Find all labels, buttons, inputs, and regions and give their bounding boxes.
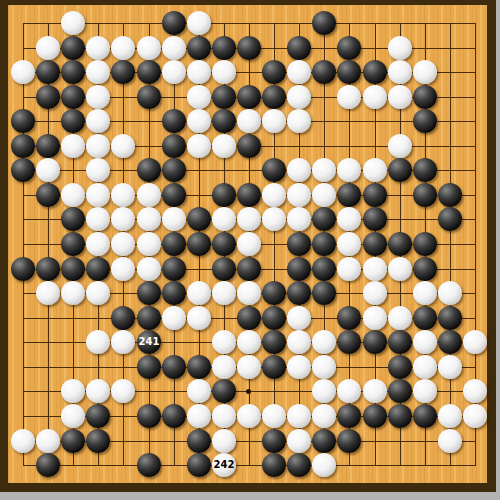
stone-black: [187, 36, 211, 60]
stone-white: [187, 134, 211, 158]
stone-black: [438, 183, 462, 207]
stone-white: [36, 281, 60, 305]
stone-black: [312, 429, 336, 453]
stone-white: [287, 183, 311, 207]
stone-white: [388, 134, 412, 158]
stone-black: [413, 404, 437, 428]
stone-black: [337, 404, 361, 428]
stone-white: [413, 281, 437, 305]
stone-black: [388, 158, 412, 182]
stone-black: [162, 281, 186, 305]
stone-white: [337, 379, 361, 403]
stone-white: [187, 379, 211, 403]
stone-black: [237, 85, 261, 109]
move-242-stone: 242: [212, 453, 236, 477]
stone-white: [413, 60, 437, 84]
stone-white: [212, 404, 236, 428]
stone-black: [413, 306, 437, 330]
stone-black: [413, 183, 437, 207]
stone-black: [187, 232, 211, 256]
stone-white: [237, 355, 261, 379]
stone-black: [312, 207, 336, 231]
stone-black: [137, 281, 161, 305]
stone-black: [111, 306, 135, 330]
stone-black: [187, 429, 211, 453]
stone-black: [413, 232, 437, 256]
go-board[interactable]: 241242: [8, 5, 487, 483]
stone-white: [388, 306, 412, 330]
stone-white: [137, 232, 161, 256]
stone-white: [363, 379, 387, 403]
stone-white: [111, 232, 135, 256]
page-root: 241242: [0, 0, 500, 500]
stone-black: [287, 281, 311, 305]
stone-black: [262, 453, 286, 477]
stone-black: [162, 232, 186, 256]
stone-white: [86, 183, 110, 207]
stone-white: [413, 355, 437, 379]
stone-white: [212, 330, 236, 354]
stone-black: [262, 60, 286, 84]
stone-black: [162, 158, 186, 182]
stone-black: [137, 60, 161, 84]
stone-white: [212, 355, 236, 379]
stone-black: [212, 183, 236, 207]
stone-white: [111, 134, 135, 158]
stone-white: [162, 36, 186, 60]
stone-black: [363, 60, 387, 84]
stone-white: [388, 60, 412, 84]
stone-black: [363, 183, 387, 207]
stone-white: [86, 281, 110, 305]
stone-white: [61, 379, 85, 403]
stone-black: [36, 453, 60, 477]
stone-white: [463, 330, 487, 354]
stone-white: [237, 109, 261, 133]
stone-black: [363, 232, 387, 256]
stone-white: [237, 232, 261, 256]
stone-white: [287, 109, 311, 133]
stone-white: [137, 257, 161, 281]
stone-white: [287, 85, 311, 109]
stone-black: [61, 207, 85, 231]
stone-black: [61, 85, 85, 109]
stone-white: [86, 232, 110, 256]
stone-white: [337, 232, 361, 256]
stone-white: [212, 60, 236, 84]
stone-white: [337, 85, 361, 109]
stone-white: [162, 60, 186, 84]
stone-white: [86, 207, 110, 231]
stone-black: [212, 85, 236, 109]
stone-black: [137, 453, 161, 477]
stone-black: [162, 134, 186, 158]
stone-black: [287, 257, 311, 281]
stone-white: [312, 453, 336, 477]
stone-white: [212, 134, 236, 158]
stone-white: [61, 11, 85, 35]
stone-white: [111, 257, 135, 281]
move-241-stone: 241: [137, 330, 161, 354]
stone-black: [61, 429, 85, 453]
stone-white: [111, 36, 135, 60]
stone-white: [111, 330, 135, 354]
stone-black: [212, 109, 236, 133]
stone-white: [413, 379, 437, 403]
stone-black: [237, 36, 261, 60]
stone-black: [262, 306, 286, 330]
stone-black: [388, 404, 412, 428]
stone-white: [337, 158, 361, 182]
stone-black: [413, 109, 437, 133]
stone-white: [287, 306, 311, 330]
stone-white: [212, 281, 236, 305]
stone-black: [61, 257, 85, 281]
stone-white: [312, 330, 336, 354]
stone-black: [388, 355, 412, 379]
stone-white: [187, 11, 211, 35]
stone-black: [36, 85, 60, 109]
stone-white: [111, 183, 135, 207]
stone-white: [287, 429, 311, 453]
stone-white: [363, 281, 387, 305]
stone-white: [287, 158, 311, 182]
stone-black: [11, 158, 35, 182]
stone-white: [312, 404, 336, 428]
stone-black: [212, 379, 236, 403]
stone-black: [36, 257, 60, 281]
stone-white: [187, 60, 211, 84]
star-point: [246, 389, 251, 394]
stone-black: [312, 257, 336, 281]
stone-white: [363, 85, 387, 109]
stone-black: [312, 60, 336, 84]
stone-black: [11, 257, 35, 281]
stone-white: [438, 281, 462, 305]
stone-white: [162, 306, 186, 330]
stone-black: [237, 306, 261, 330]
stone-white: [237, 404, 261, 428]
stone-black: [137, 355, 161, 379]
stone-white: [212, 429, 236, 453]
stone-black: [162, 355, 186, 379]
stone-black: [111, 60, 135, 84]
stone-white: [137, 183, 161, 207]
stone-black: [413, 85, 437, 109]
stone-black: [413, 257, 437, 281]
stone-black: [388, 232, 412, 256]
stone-white: [388, 85, 412, 109]
stone-black: [237, 134, 261, 158]
stone-black: [212, 36, 236, 60]
stone-white: [187, 109, 211, 133]
stone-white: [312, 183, 336, 207]
stone-black: [36, 183, 60, 207]
stone-white: [388, 257, 412, 281]
stone-white: [388, 36, 412, 60]
stone-white: [111, 207, 135, 231]
stone-white: [337, 207, 361, 231]
stone-white: [61, 134, 85, 158]
stone-white: [363, 306, 387, 330]
stone-white: [86, 330, 110, 354]
stone-black: [162, 11, 186, 35]
stone-black: [212, 232, 236, 256]
stone-black: [36, 134, 60, 158]
stone-white: [262, 404, 286, 428]
stone-black: [187, 453, 211, 477]
stone-white: [61, 281, 85, 305]
stone-black: [287, 232, 311, 256]
grid-line-vertical: [450, 23, 451, 466]
stone-black: [438, 330, 462, 354]
stone-black: [36, 60, 60, 84]
stone-white: [237, 207, 261, 231]
stone-black: [337, 183, 361, 207]
stone-black: [237, 183, 261, 207]
stone-black: [137, 158, 161, 182]
stone-white: [61, 183, 85, 207]
move-number-label: 241: [139, 337, 160, 347]
stone-white: [237, 281, 261, 305]
stone-white: [187, 404, 211, 428]
stone-white: [36, 158, 60, 182]
stone-white: [463, 379, 487, 403]
stone-black: [262, 429, 286, 453]
stone-black: [287, 36, 311, 60]
stone-black: [363, 207, 387, 231]
stone-white: [337, 257, 361, 281]
stone-black: [137, 85, 161, 109]
stone-black: [237, 257, 261, 281]
stone-white: [61, 404, 85, 428]
stone-white: [262, 109, 286, 133]
stone-black: [262, 281, 286, 305]
stone-black: [388, 330, 412, 354]
stone-black: [137, 404, 161, 428]
stone-black: [363, 330, 387, 354]
stone-white: [413, 330, 437, 354]
stone-white: [287, 404, 311, 428]
stone-white: [312, 355, 336, 379]
stone-white: [212, 207, 236, 231]
stone-black: [61, 232, 85, 256]
stone-white: [237, 330, 261, 354]
stone-black: [11, 134, 35, 158]
stone-white: [312, 158, 336, 182]
stone-black: [187, 207, 211, 231]
stone-white: [86, 60, 110, 84]
stone-black: [187, 355, 211, 379]
stone-black: [61, 109, 85, 133]
stone-white: [438, 404, 462, 428]
stone-black: [438, 306, 462, 330]
stone-black: [337, 60, 361, 84]
stone-black: [337, 429, 361, 453]
stone-white: [463, 404, 487, 428]
stone-black: [262, 355, 286, 379]
stone-white: [11, 429, 35, 453]
stone-white: [86, 36, 110, 60]
stone-white: [11, 60, 35, 84]
stone-white: [111, 379, 135, 403]
stone-white: [162, 207, 186, 231]
stone-white: [36, 36, 60, 60]
stone-black: [137, 306, 161, 330]
stone-black: [162, 404, 186, 428]
stone-white: [187, 281, 211, 305]
stone-white: [137, 36, 161, 60]
stone-black: [438, 207, 462, 231]
stone-black: [162, 183, 186, 207]
stone-black: [61, 36, 85, 60]
stone-black: [262, 158, 286, 182]
stone-white: [86, 158, 110, 182]
stone-black: [262, 330, 286, 354]
stone-white: [312, 379, 336, 403]
stone-black: [337, 306, 361, 330]
stone-white: [438, 429, 462, 453]
stone-black: [312, 11, 336, 35]
stone-black: [86, 429, 110, 453]
stone-black: [86, 257, 110, 281]
stone-black: [287, 453, 311, 477]
stone-black: [86, 404, 110, 428]
stone-black: [388, 379, 412, 403]
stone-white: [287, 355, 311, 379]
stone-white: [287, 207, 311, 231]
stone-white: [187, 85, 211, 109]
stone-black: [162, 257, 186, 281]
stone-white: [363, 158, 387, 182]
stone-white: [287, 330, 311, 354]
grid-line-horizontal: [23, 465, 476, 466]
stone-white: [86, 109, 110, 133]
stone-white: [287, 60, 311, 84]
stone-black: [11, 109, 35, 133]
stone-black: [162, 109, 186, 133]
stone-white: [262, 207, 286, 231]
stone-black: [312, 232, 336, 256]
stone-white: [86, 379, 110, 403]
stone-white: [36, 429, 60, 453]
stone-white: [438, 355, 462, 379]
stone-black: [312, 281, 336, 305]
stone-white: [86, 85, 110, 109]
stone-white: [262, 183, 286, 207]
stone-white: [363, 257, 387, 281]
stone-black: [337, 330, 361, 354]
go-board-frame: 241242: [0, 0, 496, 492]
stone-white: [187, 306, 211, 330]
stone-black: [61, 60, 85, 84]
stone-white: [137, 207, 161, 231]
stone-black: [262, 85, 286, 109]
stone-white: [86, 134, 110, 158]
stone-black: [363, 404, 387, 428]
move-number-label: 242: [214, 460, 235, 470]
stone-black: [212, 257, 236, 281]
stone-black: [413, 158, 437, 182]
stone-black: [337, 36, 361, 60]
